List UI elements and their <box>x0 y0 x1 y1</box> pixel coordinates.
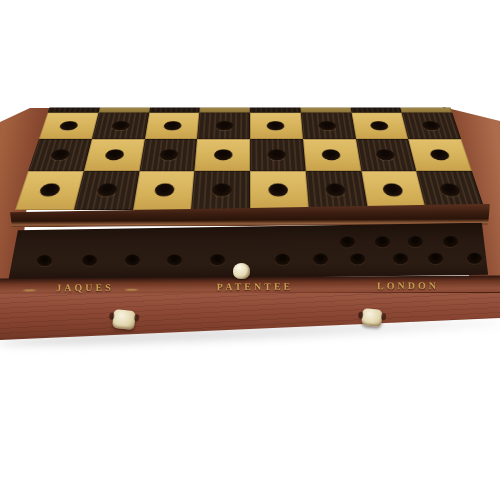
peg-hole <box>438 183 461 196</box>
board-square[interactable] <box>197 113 250 140</box>
peg-hole <box>269 183 289 196</box>
peg-hole <box>321 149 341 160</box>
tray-hole <box>210 254 225 265</box>
board-square[interactable] <box>351 113 408 140</box>
tray-hole <box>467 253 482 264</box>
peg-hole <box>318 121 337 130</box>
peg-hole <box>267 121 285 130</box>
patentee-inscription: PATENTEE <box>217 281 293 292</box>
tray-hole <box>340 236 355 247</box>
tray-hole <box>375 236 390 247</box>
peg-hole <box>213 149 232 160</box>
peg-hole <box>111 121 130 130</box>
board-square[interactable] <box>301 113 356 140</box>
product-photo: JAQUES PATENTEE LONDON <box>0 0 500 500</box>
peg-hole <box>325 183 346 196</box>
gold-flourish <box>22 289 37 291</box>
board-square[interactable] <box>303 139 361 171</box>
board-square[interactable] <box>139 139 197 171</box>
board-square[interactable] <box>15 171 84 210</box>
board-square[interactable] <box>39 113 98 140</box>
peg-hole <box>215 121 233 130</box>
bone-peg <box>233 263 250 279</box>
board-square[interactable] <box>356 139 417 171</box>
peg-hole <box>369 121 388 130</box>
peg-hole <box>375 149 396 160</box>
tray-hole <box>37 255 52 266</box>
peg-hole <box>163 121 182 130</box>
board-square[interactable] <box>250 113 303 140</box>
board-square[interactable] <box>28 139 92 171</box>
peg-hole <box>429 149 451 160</box>
board-perspective-wrapper <box>15 108 485 210</box>
peg-hole <box>38 183 61 196</box>
gold-flourish <box>124 289 139 291</box>
peg-hole <box>104 149 125 160</box>
board-square[interactable] <box>92 113 149 140</box>
board-square[interactable] <box>133 171 195 210</box>
board-square[interactable] <box>191 171 250 210</box>
board-square[interactable] <box>402 113 461 140</box>
tray-hole <box>443 236 458 247</box>
tray-hole <box>393 253 408 264</box>
board-square[interactable] <box>74 171 139 210</box>
maker-name: JAQUES <box>56 282 114 293</box>
peg-hole <box>154 183 175 196</box>
peg-hole <box>382 183 404 196</box>
chess-board <box>15 108 485 210</box>
board-square[interactable] <box>84 139 145 171</box>
board-square[interactable] <box>250 139 305 171</box>
peg-hole <box>59 121 79 130</box>
tray-hole <box>428 253 443 264</box>
peg-hole <box>50 149 72 160</box>
tray-hole <box>125 255 140 266</box>
drawer-knob <box>112 309 136 330</box>
peg-hole <box>421 121 441 130</box>
tray-hole <box>350 253 365 264</box>
tray-hole <box>82 255 97 266</box>
board-square[interactable] <box>361 171 426 210</box>
tray-hole <box>275 254 290 265</box>
london-inscription: LONDON <box>377 280 439 291</box>
peg-hole <box>211 183 231 196</box>
peg-hole <box>159 149 179 160</box>
peg-hole <box>268 149 287 160</box>
board-square[interactable] <box>144 113 199 140</box>
board-square[interactable] <box>195 139 250 171</box>
board-square[interactable] <box>305 171 367 210</box>
tray-hole <box>408 236 423 247</box>
board-square[interactable] <box>250 171 309 210</box>
peg-hole <box>96 183 118 196</box>
tray-hole <box>313 254 328 265</box>
drawer-knob <box>361 308 383 327</box>
board-square[interactable] <box>408 139 472 171</box>
tray-hole <box>167 254 182 265</box>
